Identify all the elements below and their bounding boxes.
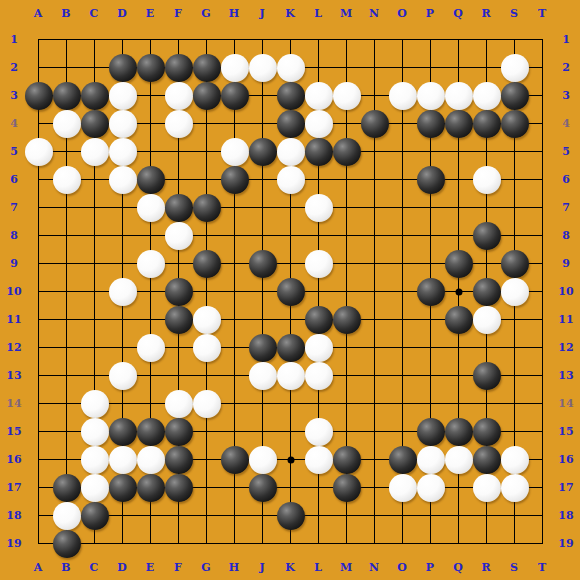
coord-label: P <box>426 7 434 20</box>
coord-label: P <box>426 561 434 574</box>
stone-black: ● <box>193 82 221 110</box>
coord-label: K <box>285 7 295 20</box>
coord-label: G <box>201 7 210 20</box>
stone-white: ○ <box>109 362 137 390</box>
coord-label: N <box>369 7 379 20</box>
coord-label: F <box>174 7 182 20</box>
stone-black: ● <box>473 278 501 306</box>
coord-label: H <box>229 7 239 20</box>
stone-white: ○ <box>53 166 81 194</box>
stone-white: ○ <box>137 194 165 222</box>
coord-label: 15 <box>6 425 21 438</box>
coord-label: 18 <box>6 509 21 522</box>
stone-white: ○ <box>417 446 445 474</box>
coord-label: J <box>259 561 264 574</box>
stone-white: ○ <box>305 418 333 446</box>
stone-white: ○ <box>473 306 501 334</box>
coord-label: 13 <box>558 369 573 382</box>
coord-label: 5 <box>562 145 570 158</box>
stone-white: ○ <box>473 166 501 194</box>
stone-black: ● <box>81 110 109 138</box>
stone-white: ○ <box>109 278 137 306</box>
stone-white: ○ <box>305 362 333 390</box>
stone-white: ○ <box>137 334 165 362</box>
stone-white: ○ <box>165 222 193 250</box>
stone-black: ● <box>361 110 389 138</box>
coord-label: S <box>510 7 518 20</box>
stone-black: ● <box>333 474 361 502</box>
stone-white: ○ <box>81 446 109 474</box>
coord-label: 3 <box>10 89 18 102</box>
stone-black: ● <box>137 54 165 82</box>
stone-black: ● <box>501 110 529 138</box>
coord-label: 1 <box>10 33 18 46</box>
stone-black: ● <box>137 418 165 446</box>
coord-label: 6 <box>10 173 18 186</box>
coord-label: M <box>340 561 352 574</box>
stone-black: ● <box>221 82 249 110</box>
stone-black: ● <box>165 306 193 334</box>
stone-black: ● <box>445 110 473 138</box>
coord-label: 1 <box>562 33 570 46</box>
coord-label: 9 <box>562 257 570 270</box>
stone-white: ○ <box>305 110 333 138</box>
coord-label: 17 <box>558 481 573 494</box>
stone-black: ● <box>473 110 501 138</box>
stone-black: ● <box>333 306 361 334</box>
coord-label: B <box>61 7 70 20</box>
stone-black: ● <box>53 82 81 110</box>
stone-black: ● <box>473 418 501 446</box>
coord-label: H <box>229 561 239 574</box>
stone-black: ● <box>165 194 193 222</box>
stone-white: ○ <box>249 362 277 390</box>
stone-white: ○ <box>501 278 529 306</box>
coord-label: 16 <box>6 453 21 466</box>
stone-white: ○ <box>193 390 221 418</box>
stone-black: ● <box>417 110 445 138</box>
coord-label: T <box>538 561 546 574</box>
coord-label: 11 <box>6 313 21 326</box>
stone-white: ○ <box>501 54 529 82</box>
stone-white: ○ <box>277 138 305 166</box>
stone-black: ● <box>53 474 81 502</box>
stone-white: ○ <box>137 250 165 278</box>
coord-label: 10 <box>6 285 21 298</box>
stone-black: ● <box>473 222 501 250</box>
stone-white: ○ <box>389 82 417 110</box>
stone-white: ○ <box>165 110 193 138</box>
stone-black: ● <box>25 82 53 110</box>
stone-black: ● <box>417 166 445 194</box>
stone-white: ○ <box>249 54 277 82</box>
stone-white: ○ <box>501 474 529 502</box>
stone-black: ● <box>277 278 305 306</box>
stone-white: ○ <box>109 166 137 194</box>
coord-label: D <box>117 561 127 574</box>
coord-label: 12 <box>6 341 21 354</box>
coord-label: 7 <box>10 201 18 214</box>
stone-black: ● <box>305 138 333 166</box>
stone-white: ○ <box>109 110 137 138</box>
stone-black: ● <box>445 418 473 446</box>
coord-label: A <box>34 561 43 574</box>
coord-label: 4 <box>10 117 18 130</box>
coord-label: 11 <box>558 313 573 326</box>
stone-white: ○ <box>333 82 361 110</box>
stone-black: ● <box>277 502 305 530</box>
stone-white: ○ <box>221 138 249 166</box>
stone-black: ● <box>501 82 529 110</box>
coord-label: 14 <box>558 397 573 410</box>
stone-black: ● <box>389 446 417 474</box>
stone-white: ○ <box>501 446 529 474</box>
stone-black: ● <box>109 54 137 82</box>
stone-black: ● <box>221 446 249 474</box>
board-grid[interactable]: ●●●●○○○○●●●○○●●●○○○○○○●○●○○●○●●●●●○○○○●○… <box>38 39 543 544</box>
stone-white: ○ <box>165 390 193 418</box>
coord-label: 3 <box>562 89 570 102</box>
stone-white: ○ <box>445 446 473 474</box>
stone-black: ● <box>165 54 193 82</box>
stone-black: ● <box>53 530 81 558</box>
stone-black: ● <box>473 362 501 390</box>
stone-black: ● <box>221 166 249 194</box>
coord-label: 6 <box>562 173 570 186</box>
stone-white: ○ <box>305 250 333 278</box>
coord-label: 12 <box>558 341 573 354</box>
star-point <box>287 456 294 463</box>
stone-white: ○ <box>109 138 137 166</box>
stone-white: ○ <box>165 82 193 110</box>
stone-black: ● <box>473 446 501 474</box>
stone-black: ● <box>305 306 333 334</box>
coord-label: O <box>397 7 407 20</box>
coord-label: 2 <box>10 61 18 74</box>
stone-white: ○ <box>277 166 305 194</box>
coord-label: N <box>369 561 379 574</box>
coord-label: 19 <box>558 537 573 550</box>
coord-label: J <box>259 7 264 20</box>
stone-black: ● <box>193 54 221 82</box>
coord-label: 14 <box>6 397 21 410</box>
stone-white: ○ <box>81 138 109 166</box>
stone-white: ○ <box>277 362 305 390</box>
coord-label: L <box>314 7 322 20</box>
coord-label: 16 <box>558 453 573 466</box>
stone-black: ● <box>81 502 109 530</box>
coord-label: 18 <box>558 509 573 522</box>
stone-white: ○ <box>417 82 445 110</box>
coord-label: B <box>61 561 70 574</box>
stone-white: ○ <box>109 446 137 474</box>
stone-white: ○ <box>389 474 417 502</box>
stone-white: ○ <box>25 138 53 166</box>
coord-label: 8 <box>10 229 18 242</box>
stone-white: ○ <box>305 194 333 222</box>
stone-white: ○ <box>109 82 137 110</box>
coord-label: F <box>174 561 182 574</box>
stone-black: ● <box>417 278 445 306</box>
stone-black: ● <box>249 334 277 362</box>
coord-label: 13 <box>6 369 21 382</box>
coord-label: 10 <box>558 285 573 298</box>
stone-white: ○ <box>53 502 81 530</box>
stone-white: ○ <box>473 82 501 110</box>
coord-label: C <box>90 561 99 574</box>
coord-label: 4 <box>562 117 570 130</box>
coord-label: Q <box>453 7 463 20</box>
coord-label: 9 <box>10 257 18 270</box>
coord-label: 8 <box>562 229 570 242</box>
stone-black: ● <box>137 474 165 502</box>
stone-black: ● <box>417 418 445 446</box>
coord-label: 17 <box>6 481 21 494</box>
stone-black: ● <box>445 250 473 278</box>
coord-label: G <box>201 561 210 574</box>
stone-black: ● <box>193 194 221 222</box>
coord-label: 15 <box>558 425 573 438</box>
coord-label: E <box>146 7 154 20</box>
coord-label: 19 <box>6 537 21 550</box>
stone-white: ○ <box>305 82 333 110</box>
coord-label: 7 <box>562 201 570 214</box>
stone-black: ● <box>165 446 193 474</box>
stone-black: ● <box>137 166 165 194</box>
stone-black: ● <box>501 250 529 278</box>
stone-white: ○ <box>305 334 333 362</box>
stone-black: ● <box>277 82 305 110</box>
coord-label: R <box>481 561 490 574</box>
coord-label: M <box>340 7 352 20</box>
coord-label: T <box>538 7 546 20</box>
stone-black: ● <box>193 250 221 278</box>
stone-white: ○ <box>137 446 165 474</box>
coord-label: A <box>34 7 43 20</box>
stone-black: ● <box>165 278 193 306</box>
coord-label: D <box>117 7 127 20</box>
stone-black: ● <box>249 138 277 166</box>
coord-label: R <box>481 7 490 20</box>
stone-white: ○ <box>81 474 109 502</box>
stone-black: ● <box>445 306 473 334</box>
stone-white: ○ <box>193 334 221 362</box>
stone-white: ○ <box>277 54 305 82</box>
stone-black: ● <box>165 474 193 502</box>
stone-black: ● <box>333 446 361 474</box>
stone-white: ○ <box>81 418 109 446</box>
stone-black: ● <box>165 418 193 446</box>
coord-label: E <box>146 561 154 574</box>
coord-label: 2 <box>562 61 570 74</box>
stone-black: ● <box>333 138 361 166</box>
coord-label: S <box>510 561 518 574</box>
coord-label: K <box>285 561 295 574</box>
stone-white: ○ <box>417 474 445 502</box>
stone-white: ○ <box>53 110 81 138</box>
coord-label: 5 <box>10 145 18 158</box>
go-board: ●●●●○○○○●●●○○●●●○○○○○○●○●○○●○●●●●●○○○○●○… <box>0 0 580 580</box>
stone-black: ● <box>81 82 109 110</box>
stone-white: ○ <box>221 54 249 82</box>
stone-white: ○ <box>445 82 473 110</box>
stone-black: ● <box>277 334 305 362</box>
coord-label: Q <box>453 561 463 574</box>
stone-black: ● <box>249 250 277 278</box>
coord-label: O <box>397 561 407 574</box>
stone-white: ○ <box>193 306 221 334</box>
coord-label: C <box>90 7 99 20</box>
stone-black: ● <box>109 474 137 502</box>
stone-black: ● <box>109 418 137 446</box>
stone-white: ○ <box>305 446 333 474</box>
stone-white: ○ <box>473 474 501 502</box>
stone-black: ● <box>249 474 277 502</box>
coord-label: L <box>314 561 322 574</box>
stone-white: ○ <box>81 390 109 418</box>
stone-white: ○ <box>249 446 277 474</box>
stone-black: ● <box>277 110 305 138</box>
star-point <box>455 288 462 295</box>
